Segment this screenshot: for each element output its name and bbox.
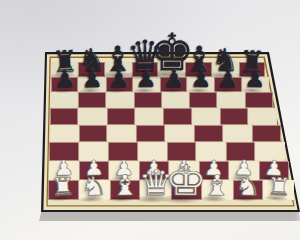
square-f3 (196, 142, 225, 160)
square-f1 (202, 180, 233, 200)
square-e5 (163, 108, 191, 125)
square-d4 (136, 125, 165, 143)
square-c5 (107, 108, 135, 125)
square-g7 (214, 77, 241, 92)
square-g2 (229, 161, 259, 180)
square-h6 (245, 92, 273, 108)
rank-4 (50, 125, 281, 143)
square-e2 (169, 161, 199, 180)
rank-8 (52, 62, 266, 77)
square-b8 (78, 62, 105, 77)
square-f4 (194, 125, 223, 143)
square-c6 (106, 92, 134, 108)
square-c4 (107, 125, 136, 143)
rank-7 (51, 77, 269, 92)
square-b2 (79, 161, 109, 180)
square-b5 (78, 108, 106, 125)
square-b3 (79, 142, 108, 160)
square-c2 (109, 161, 139, 180)
square-g1 (233, 180, 264, 200)
rank-5 (50, 108, 276, 125)
square-g8 (212, 62, 239, 77)
square-a4 (50, 125, 79, 143)
square-c3 (108, 142, 137, 160)
square-g4 (223, 125, 252, 143)
square-e4 (165, 125, 194, 143)
square-b6 (78, 92, 106, 108)
square-d5 (135, 108, 163, 125)
square-g3 (226, 142, 255, 160)
rank-2 (49, 161, 290, 180)
square-g5 (220, 108, 248, 125)
square-f5 (192, 108, 220, 125)
square-a7 (51, 77, 78, 92)
square-a5 (50, 108, 78, 125)
chess-board (45, 62, 300, 200)
square-d2 (139, 161, 169, 180)
square-b1 (79, 180, 110, 200)
square-f6 (189, 92, 217, 108)
square-e8 (158, 62, 185, 77)
square-c7 (106, 77, 133, 92)
square-d6 (134, 92, 162, 108)
square-c1 (110, 180, 141, 200)
square-f8 (185, 62, 212, 77)
square-h3 (255, 142, 284, 160)
square-h7 (242, 77, 269, 92)
square-d7 (133, 77, 160, 92)
square-e1 (171, 180, 202, 200)
square-h8 (239, 62, 266, 77)
rank-6 (51, 92, 273, 108)
square-h5 (248, 108, 276, 125)
square-a2 (49, 161, 79, 180)
square-c8 (105, 62, 132, 77)
square-a8 (52, 62, 79, 77)
square-d3 (138, 142, 167, 160)
rank-3 (49, 142, 285, 160)
square-f2 (199, 161, 229, 180)
square-h1 (263, 180, 294, 200)
square-a3 (49, 142, 78, 160)
square-d1 (140, 180, 171, 200)
square-e3 (167, 142, 196, 160)
square-g6 (217, 92, 245, 108)
square-e7 (160, 77, 187, 92)
square-a6 (51, 92, 79, 108)
square-d8 (132, 62, 159, 77)
rank-1 (48, 180, 294, 200)
square-h2 (259, 161, 289, 180)
square-b7 (78, 77, 105, 92)
square-f7 (187, 77, 214, 92)
photo-backdrop: ♜♞♝♛♚♝♞♜♟♟♟♟♟♟♟♟♟♟♟♟♟♟♟♟♜♞♝♛♚♝♞♜ (0, 0, 300, 240)
square-e6 (162, 92, 190, 108)
square-b4 (79, 125, 108, 143)
square-a1 (48, 180, 79, 200)
square-h4 (252, 125, 281, 143)
